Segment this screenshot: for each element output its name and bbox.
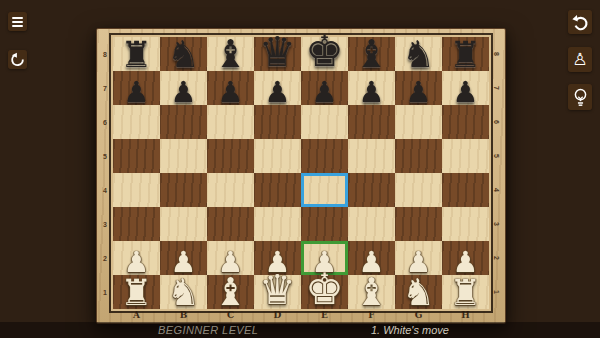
square-d1[interactable]: ♛ <box>254 275 301 309</box>
square-b2[interactable]: ♟ <box>160 241 207 275</box>
square-d5[interactable] <box>254 139 301 173</box>
black-pawn-h7: ♟ <box>453 78 479 107</box>
square-f3[interactable] <box>348 207 395 241</box>
file-label-a: A <box>113 309 160 323</box>
square-b3[interactable] <box>160 207 207 241</box>
rank-label-1: 1 <box>97 275 113 309</box>
rank-label-6: 6 <box>97 105 113 139</box>
square-c4[interactable] <box>207 173 254 207</box>
white-pawn-g2: ♟ <box>406 248 432 277</box>
white-king-e1: ♚ <box>305 268 344 311</box>
square-g8[interactable]: ♞ <box>395 37 442 71</box>
white-pawn-e2: ♟ <box>312 248 338 277</box>
undo-icon <box>572 14 589 31</box>
white-pawn-a2: ♟ <box>124 248 150 277</box>
square-a2[interactable]: ♟ <box>113 241 160 275</box>
white-rook-a1: ♜ <box>120 275 152 311</box>
black-knight-b8: ♞ <box>167 36 200 73</box>
square-h1[interactable]: ♜ <box>442 275 489 309</box>
square-e6[interactable] <box>301 105 348 139</box>
square-d3[interactable] <box>254 207 301 241</box>
status-bar: BEGINNER LEVEL 1. White's move <box>0 322 600 338</box>
square-c5[interactable] <box>207 139 254 173</box>
square-h7[interactable]: ♟ <box>442 71 489 105</box>
square-a6[interactable] <box>113 105 160 139</box>
level-label: BEGINNER LEVEL <box>158 322 258 338</box>
square-f2[interactable]: ♟ <box>348 241 395 275</box>
white-knight-g1: ♞ <box>402 274 435 311</box>
square-b1[interactable]: ♞ <box>160 275 207 309</box>
square-e2[interactable]: ♟ <box>301 241 348 275</box>
undo-button[interactable] <box>568 10 592 34</box>
file-label-f: F <box>348 309 395 323</box>
white-pawn-b2: ♟ <box>171 248 197 277</box>
square-a8[interactable]: ♜ <box>113 37 160 71</box>
file-label-e: E <box>301 309 348 323</box>
file-label-g: G <box>395 309 442 323</box>
white-pawn-c2: ♟ <box>218 248 244 277</box>
rank-label-8: 8 <box>97 37 113 71</box>
square-c3[interactable] <box>207 207 254 241</box>
square-h3[interactable] <box>442 207 489 241</box>
square-f4[interactable] <box>348 173 395 207</box>
square-e3[interactable] <box>301 207 348 241</box>
black-knight-g8: ♞ <box>402 36 435 73</box>
square-b6[interactable] <box>160 105 207 139</box>
square-g2[interactable]: ♟ <box>395 241 442 275</box>
black-bishop-c8: ♝ <box>213 35 247 73</box>
square-d8[interactable]: ♛ <box>254 37 301 71</box>
rank-label-2: 2 <box>97 241 113 275</box>
square-d4[interactable] <box>254 173 301 207</box>
square-a7[interactable]: ♟ <box>113 71 160 105</box>
black-pawn-g7: ♟ <box>406 78 432 107</box>
square-f5[interactable] <box>348 139 395 173</box>
square-b4[interactable] <box>160 173 207 207</box>
rank-labels-right: 87654321 <box>489 37 505 309</box>
square-f1[interactable]: ♝ <box>348 275 395 309</box>
square-c1[interactable]: ♝ <box>207 275 254 309</box>
square-e1[interactable]: ♚ <box>301 275 348 309</box>
file-label-b: B <box>160 309 207 323</box>
board-squares: ♜♞♝♛♚♝♞♜♟♟♟♟♟♟♟♟♟♟♟♟♟♟♟♟♜♞♝♛♚♝♞♜ <box>113 37 489 309</box>
white-knight-b1: ♞ <box>167 274 200 311</box>
square-g5[interactable] <box>395 139 442 173</box>
black-queen-d8: ♛ <box>259 32 296 73</box>
square-e8[interactable]: ♚ <box>301 37 348 71</box>
black-king-e8: ♚ <box>305 30 344 73</box>
pawn-icon: ♙ <box>572 51 587 68</box>
square-g4[interactable] <box>395 173 442 207</box>
white-pawn-f2: ♟ <box>359 248 385 277</box>
square-e5[interactable] <box>301 139 348 173</box>
hamburger-icon <box>12 17 23 19</box>
rotate-board-button[interactable] <box>8 50 27 69</box>
black-pawn-e7: ♟ <box>312 78 338 107</box>
square-b8[interactable]: ♞ <box>160 37 207 71</box>
black-rook-a8: ♜ <box>120 37 152 73</box>
square-g1[interactable]: ♞ <box>395 275 442 309</box>
square-f8[interactable]: ♝ <box>348 37 395 71</box>
white-pawn-h2: ♟ <box>453 248 479 277</box>
square-g7[interactable]: ♟ <box>395 71 442 105</box>
square-g6[interactable] <box>395 105 442 139</box>
square-h5[interactable] <box>442 139 489 173</box>
square-a3[interactable] <box>113 207 160 241</box>
square-e4[interactable] <box>301 173 348 207</box>
square-h8[interactable]: ♜ <box>442 37 489 71</box>
black-pawn-c7: ♟ <box>218 78 244 107</box>
square-e7[interactable]: ♟ <box>301 71 348 105</box>
white-rook-h1: ♜ <box>449 275 481 311</box>
square-h2[interactable]: ♟ <box>442 241 489 275</box>
rank-label-5: 5 <box>97 139 113 173</box>
white-bishop-c1: ♝ <box>213 273 247 311</box>
rank-label-4: 4 <box>97 173 113 207</box>
rotate-icon <box>10 52 25 67</box>
square-a1[interactable]: ♜ <box>113 275 160 309</box>
player-mode-button[interactable]: ♙ <box>568 47 592 72</box>
square-d6[interactable] <box>254 105 301 139</box>
black-pawn-f7: ♟ <box>359 78 385 107</box>
file-label-c: C <box>207 309 254 323</box>
file-label-h: H <box>442 309 489 323</box>
square-d2[interactable]: ♟ <box>254 241 301 275</box>
square-c2[interactable]: ♟ <box>207 241 254 275</box>
square-h4[interactable] <box>442 173 489 207</box>
square-c7[interactable]: ♟ <box>207 71 254 105</box>
square-f7[interactable]: ♟ <box>348 71 395 105</box>
chess-app-screen: 87654321 87654321 ABCDEFGH ♜♞♝♛♚♝♞♜♟♟♟♟♟… <box>0 0 600 338</box>
white-bishop-f1: ♝ <box>354 273 388 311</box>
square-c6[interactable] <box>207 105 254 139</box>
move-indicator: 1. White's move <box>371 322 449 338</box>
square-c8[interactable]: ♝ <box>207 37 254 71</box>
square-a5[interactable] <box>113 139 160 173</box>
square-b5[interactable] <box>160 139 207 173</box>
rank-label-7: 7 <box>97 71 113 105</box>
black-rook-h8: ♜ <box>449 37 481 73</box>
rank-label-3: 3 <box>97 207 113 241</box>
white-queen-d1: ♛ <box>259 270 296 311</box>
square-f6[interactable] <box>348 105 395 139</box>
black-bishop-f8: ♝ <box>354 35 388 73</box>
square-h6[interactable] <box>442 105 489 139</box>
rank-labels-left: 87654321 <box>97 37 113 309</box>
square-a4[interactable] <box>113 173 160 207</box>
file-label-d: D <box>254 309 301 323</box>
black-pawn-b7: ♟ <box>171 78 197 107</box>
hint-button[interactable] <box>568 84 592 110</box>
lightbulb-icon <box>573 88 588 107</box>
white-pawn-d2: ♟ <box>265 248 291 277</box>
square-g3[interactable] <box>395 207 442 241</box>
square-d7[interactable]: ♟ <box>254 71 301 105</box>
file-labels-bottom: ABCDEFGH <box>113 309 489 323</box>
chess-board: 87654321 87654321 ABCDEFGH ♜♞♝♛♚♝♞♜♟♟♟♟♟… <box>96 28 506 324</box>
black-pawn-a7: ♟ <box>124 78 150 107</box>
black-pawn-d7: ♟ <box>265 78 291 107</box>
menu-button[interactable] <box>8 12 27 31</box>
square-b7[interactable]: ♟ <box>160 71 207 105</box>
